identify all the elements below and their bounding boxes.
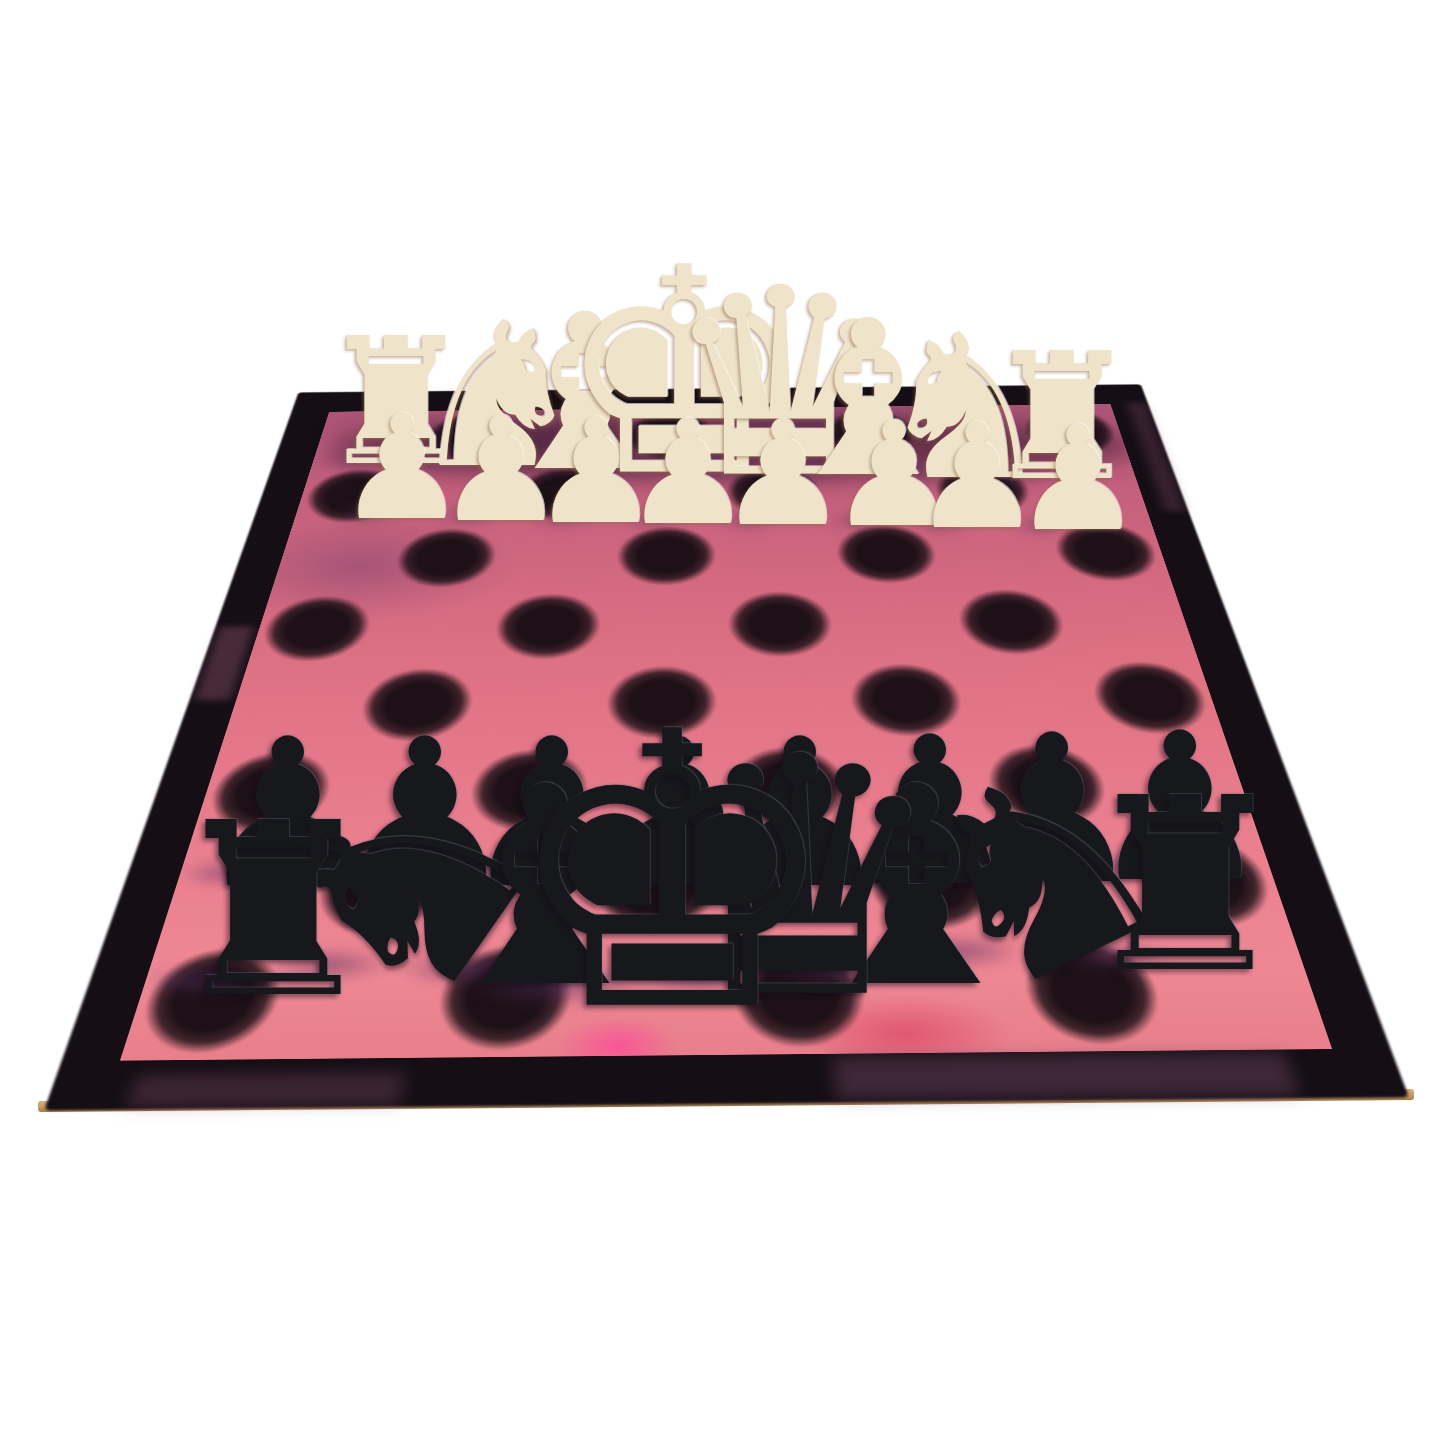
square-c4[interactable] — [834, 586, 960, 660]
piece-white-pawn-a2[interactable]: ♟ — [1013, 406, 1143, 551]
square-d4[interactable] — [722, 587, 841, 661]
square-b4[interactable] — [947, 585, 1079, 659]
piece-black-king-e8[interactable]: ♚ — [502, 684, 843, 1064]
square-g4[interactable] — [366, 591, 496, 665]
piece-layer: ♜♞♝♚♛♝♞♜♟♟♟♟♟♟♟♟♟♟♟♟♟♟♟♟♜♞♝♚♛♝♞♜ — [0, 0, 1445, 1445]
stencil-dark-square — [727, 591, 834, 658]
photo-stage: ♜♞♝♚♛♝♞♜♟♟♟♟♟♟♟♟♟♟♟♟♟♟♟♟♜♞♝♚♛♝♞♜ — [0, 0, 1445, 1445]
piece-black-rook-a8[interactable]: ♜ — [1077, 766, 1292, 1006]
square-h4[interactable] — [247, 592, 383, 666]
stencil-dark-square — [953, 589, 1071, 656]
border-worn-patch — [126, 1072, 404, 1108]
stencil-dark-square — [491, 593, 602, 660]
piece-black-rook-h8[interactable]: ♜ — [165, 791, 380, 1031]
stencil-dark-square — [255, 595, 377, 662]
